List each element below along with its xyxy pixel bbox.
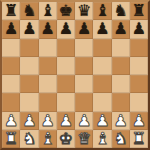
square-g5[interactable]: [112, 57, 130, 75]
square-e4[interactable]: [75, 75, 93, 93]
square-e5[interactable]: [75, 57, 93, 75]
square-g7[interactable]: ♟: [112, 20, 130, 38]
white-rook[interactable]: ♜: [4, 130, 18, 148]
black-queen[interactable]: ♛: [77, 2, 91, 20]
square-f1[interactable]: ♝: [93, 130, 111, 148]
square-f4[interactable]: [93, 75, 111, 93]
white-pawn[interactable]: ♟: [113, 112, 127, 130]
white-pawn[interactable]: ♟: [22, 112, 36, 130]
black-bishop[interactable]: ♝: [40, 2, 54, 20]
black-pawn[interactable]: ♟: [40, 20, 54, 38]
square-b6[interactable]: [20, 39, 38, 57]
square-g4[interactable]: [112, 75, 130, 93]
square-d5[interactable]: [57, 57, 75, 75]
square-b4[interactable]: [20, 75, 38, 93]
white-queen[interactable]: ♛: [77, 130, 91, 148]
square-e2[interactable]: ♟: [75, 112, 93, 130]
chess-board: ♜♞♝♚♛♝♞♜♟♟♟♟♟♟♟♟♟♟♟♟♟♟♟♟♜♞♝♚♛♝♞♜: [2, 2, 148, 148]
square-a8[interactable]: ♜: [2, 2, 20, 20]
square-d1[interactable]: ♚: [57, 130, 75, 148]
white-pawn[interactable]: ♟: [40, 112, 54, 130]
square-e3[interactable]: [75, 93, 93, 111]
square-a3[interactable]: [2, 93, 20, 111]
square-d8[interactable]: ♚: [57, 2, 75, 20]
white-rook[interactable]: ♜: [132, 130, 146, 148]
square-e8[interactable]: ♛: [75, 2, 93, 20]
square-f8[interactable]: ♝: [93, 2, 111, 20]
white-bishop[interactable]: ♝: [40, 130, 54, 148]
white-king[interactable]: ♚: [59, 130, 73, 148]
square-f6[interactable]: [93, 39, 111, 57]
square-a1[interactable]: ♜: [2, 130, 20, 148]
square-f3[interactable]: [93, 93, 111, 111]
square-b2[interactable]: ♟: [20, 112, 38, 130]
square-b3[interactable]: [20, 93, 38, 111]
square-a7[interactable]: ♟: [2, 20, 20, 38]
black-pawn[interactable]: ♟: [132, 20, 146, 38]
square-d2[interactable]: ♟: [57, 112, 75, 130]
white-bishop[interactable]: ♝: [95, 130, 109, 148]
square-h7[interactable]: ♟: [130, 20, 148, 38]
square-c8[interactable]: ♝: [39, 2, 57, 20]
square-c1[interactable]: ♝: [39, 130, 57, 148]
black-pawn[interactable]: ♟: [113, 20, 127, 38]
black-king[interactable]: ♚: [59, 2, 73, 20]
square-g2[interactable]: ♟: [112, 112, 130, 130]
square-g3[interactable]: [112, 93, 130, 111]
black-bishop[interactable]: ♝: [95, 2, 109, 20]
white-knight[interactable]: ♞: [22, 130, 36, 148]
square-a2[interactable]: ♟: [2, 112, 20, 130]
black-knight[interactable]: ♞: [113, 2, 127, 20]
square-c2[interactable]: ♟: [39, 112, 57, 130]
square-g8[interactable]: ♞: [112, 2, 130, 20]
square-h5[interactable]: [130, 57, 148, 75]
square-f2[interactable]: ♟: [93, 112, 111, 130]
square-h3[interactable]: [130, 93, 148, 111]
black-pawn[interactable]: ♟: [4, 20, 18, 38]
square-e6[interactable]: [75, 39, 93, 57]
square-c4[interactable]: [39, 75, 57, 93]
square-d4[interactable]: [57, 75, 75, 93]
square-c7[interactable]: ♟: [39, 20, 57, 38]
square-c6[interactable]: [39, 39, 57, 57]
square-b7[interactable]: ♟: [20, 20, 38, 38]
black-pawn[interactable]: ♟: [77, 20, 91, 38]
white-knight[interactable]: ♞: [113, 130, 127, 148]
chess-board-frame: ♜♞♝♚♛♝♞♜♟♟♟♟♟♟♟♟♟♟♟♟♟♟♟♟♜♞♝♚♛♝♞♜: [0, 0, 150, 150]
square-h1[interactable]: ♜: [130, 130, 148, 148]
square-c5[interactable]: [39, 57, 57, 75]
white-pawn[interactable]: ♟: [95, 112, 109, 130]
white-pawn[interactable]: ♟: [132, 112, 146, 130]
square-h2[interactable]: ♟: [130, 112, 148, 130]
black-rook[interactable]: ♜: [4, 2, 18, 20]
square-a5[interactable]: [2, 57, 20, 75]
black-pawn[interactable]: ♟: [95, 20, 109, 38]
square-a6[interactable]: [2, 39, 20, 57]
square-h6[interactable]: [130, 39, 148, 57]
square-b1[interactable]: ♞: [20, 130, 38, 148]
square-c3[interactable]: [39, 93, 57, 111]
square-b5[interactable]: [20, 57, 38, 75]
black-rook[interactable]: ♜: [132, 2, 146, 20]
square-g6[interactable]: [112, 39, 130, 57]
square-d3[interactable]: [57, 93, 75, 111]
square-f5[interactable]: [93, 57, 111, 75]
white-pawn[interactable]: ♟: [77, 112, 91, 130]
square-a4[interactable]: [2, 75, 20, 93]
black-pawn[interactable]: ♟: [22, 20, 36, 38]
square-f7[interactable]: ♟: [93, 20, 111, 38]
square-g1[interactable]: ♞: [112, 130, 130, 148]
white-pawn[interactable]: ♟: [4, 112, 18, 130]
square-h8[interactable]: ♜: [130, 2, 148, 20]
black-pawn[interactable]: ♟: [59, 20, 73, 38]
square-d6[interactable]: [57, 39, 75, 57]
square-d7[interactable]: ♟: [57, 20, 75, 38]
square-b8[interactable]: ♞: [20, 2, 38, 20]
square-e7[interactable]: ♟: [75, 20, 93, 38]
black-knight[interactable]: ♞: [22, 2, 36, 20]
square-e1[interactable]: ♛: [75, 130, 93, 148]
white-pawn[interactable]: ♟: [59, 112, 73, 130]
square-h4[interactable]: [130, 75, 148, 93]
